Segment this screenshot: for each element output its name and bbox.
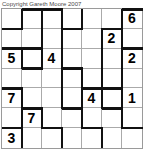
region-border-segment (121, 108, 124, 129)
region-border-segment (101, 128, 104, 149)
region-border-segment (21, 128, 24, 149)
cell-r1c5[interactable] (82, 9, 102, 29)
cell-r4c7[interactable] (122, 69, 142, 89)
region-border-segment (101, 28, 104, 49)
cell-r7c1[interactable]: 3 (2, 128, 22, 148)
region-border-segment (41, 9, 44, 30)
cell-r5c4[interactable] (62, 88, 82, 108)
cell-r5c1[interactable]: 7 (2, 88, 22, 108)
region-border-segment (101, 48, 104, 69)
cell-r1c1[interactable] (2, 9, 22, 29)
cell-r2c3[interactable] (42, 29, 62, 49)
cell-r6c5[interactable] (82, 108, 102, 128)
cell-r2c2[interactable] (22, 29, 42, 49)
region-border-segment (22, 47, 43, 50)
region-border-segment (22, 67, 43, 70)
copyright-text: Copyright Gareth Moore 2007 (2, 1, 81, 7)
region-border-segment (61, 9, 64, 30)
region-border-segment (21, 9, 24, 30)
cell-r5c5[interactable]: 4 (82, 88, 102, 108)
cell-r2c4[interactable] (62, 29, 82, 49)
cell-r1c4[interactable] (62, 9, 82, 29)
cell-r2c7[interactable] (122, 29, 142, 49)
region-border-segment (102, 28, 123, 31)
region-border-segment (122, 47, 143, 50)
region-border-segment (21, 108, 24, 129)
region-border-segment (121, 68, 124, 89)
cell-r6c4[interactable] (62, 108, 82, 128)
cell-r7c7[interactable] (122, 128, 142, 148)
region-border-segment (122, 127, 143, 130)
cell-r4c5[interactable] (82, 69, 102, 89)
cell-r3c2[interactable] (22, 49, 42, 69)
cell-r4c3[interactable] (42, 69, 62, 89)
region-border-segment (2, 127, 23, 130)
cell-r4c2[interactable] (22, 69, 42, 89)
region-border-segment (81, 88, 84, 109)
region-border-segment (42, 8, 63, 11)
region-border-segment (121, 48, 124, 69)
region-border-segment (42, 127, 63, 130)
region-border-segment (82, 127, 103, 130)
region-border-segment (82, 87, 103, 90)
region-border-segment (81, 108, 84, 129)
cell-r2c6[interactable]: 2 (102, 29, 122, 49)
region-border-segment (101, 68, 104, 89)
cell-r6c6[interactable] (102, 108, 122, 128)
region-border-segment (62, 107, 83, 110)
region-border-segment (2, 47, 23, 50)
cell-r6c3[interactable] (42, 108, 62, 128)
region-border-segment (62, 67, 83, 70)
region-border-segment (61, 68, 64, 89)
region-border-segment (62, 28, 83, 31)
cell-r3c4[interactable] (62, 49, 82, 69)
cell-r7c4[interactable] (62, 128, 82, 148)
cell-r6c1[interactable] (2, 108, 22, 128)
region-border-segment (81, 68, 84, 89)
region-border-segment (121, 28, 124, 49)
region-border-segment (41, 28, 44, 49)
region-border-segment (122, 8, 143, 11)
region-border-segment (21, 48, 24, 69)
region-border-segment (22, 107, 43, 110)
puzzle-board: 6254274173 (1, 8, 143, 149)
region-border-segment (102, 107, 123, 110)
cell-r1c6[interactable] (102, 9, 122, 29)
cell-r6c2[interactable]: 7 (22, 108, 42, 128)
cell-r1c2[interactable] (22, 9, 42, 29)
cell-r5c2[interactable] (22, 88, 42, 108)
cell-r3c1[interactable]: 5 (2, 49, 22, 69)
region-border-segment (121, 88, 124, 109)
cell-r2c1[interactable] (2, 29, 22, 49)
region-border-segment (2, 28, 23, 31)
region-border-segment (121, 9, 124, 30)
cell-r1c3[interactable] (42, 9, 62, 29)
cell-r3c7[interactable]: 2 (122, 49, 142, 69)
region-border-segment (61, 128, 64, 149)
cell-r4c6[interactable] (102, 69, 122, 89)
cell-r5c3[interactable] (42, 88, 62, 108)
region-border-segment (21, 88, 24, 109)
cell-r7c6[interactable] (102, 128, 122, 148)
cell-r6c7[interactable] (122, 108, 142, 128)
cell-r7c2[interactable] (22, 128, 42, 148)
cell-r3c5[interactable] (82, 49, 102, 69)
region-border-segment (41, 48, 44, 69)
cell-r3c6[interactable] (102, 49, 122, 69)
region-border-segment (101, 88, 104, 109)
cell-r4c4[interactable] (62, 69, 82, 89)
cell-r5c7[interactable]: 1 (122, 88, 142, 108)
cell-r7c3[interactable] (42, 128, 62, 148)
region-border-segment (2, 87, 23, 90)
region-border-segment (61, 88, 64, 109)
region-border-segment (61, 28, 64, 49)
cell-r5c6[interactable] (102, 88, 122, 108)
cell-r7c5[interactable] (82, 128, 102, 148)
region-border-segment (61, 48, 64, 69)
region-border-segment (22, 8, 43, 11)
cell-r3c3[interactable]: 4 (42, 49, 62, 69)
cell-r2c5[interactable] (82, 29, 102, 49)
region-border-segment (81, 9, 84, 30)
region-border-segment (41, 108, 44, 129)
cell-r1c7[interactable]: 6 (122, 9, 142, 29)
region-border-segment (102, 87, 123, 90)
cell-r4c1[interactable] (2, 69, 22, 89)
